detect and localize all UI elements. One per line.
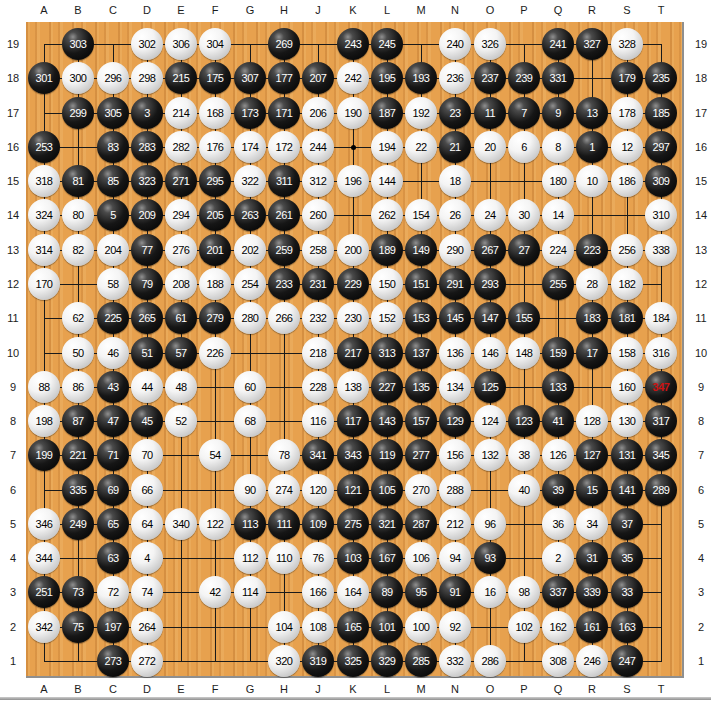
stone-H17: 171 [268,97,300,129]
column-label-O-top: O [479,3,501,17]
stone-E14: 294 [165,199,197,231]
stone-L13: 189 [371,234,403,266]
row-label-8-right: 8 [690,414,711,428]
stone-N17: 23 [439,97,471,129]
stone-N8: 129 [439,405,471,437]
row-label-15-right: 15 [690,174,711,188]
star-point-K16 [351,145,356,150]
stone-G5: 113 [234,508,266,540]
stone-N13: 290 [439,234,471,266]
row-label-7-right: 7 [690,448,711,462]
stone-T17: 185 [645,97,677,129]
stone-A8: 198 [28,405,60,437]
stone-H1: 320 [268,645,300,677]
stone-B7: 221 [62,439,94,471]
stone-B13: 82 [62,234,94,266]
stone-Q6: 39 [542,474,574,506]
stone-P11: 155 [508,302,540,334]
page: 3033023063042692432452403262413273283013… [0,0,711,705]
stone-R6: 15 [576,474,608,506]
row-label-5-right: 5 [690,517,711,531]
stone-L12: 150 [371,268,403,300]
stone-M6: 270 [405,474,437,506]
stone-Q15: 180 [542,165,574,197]
stone-M10: 137 [405,337,437,369]
stone-J10: 218 [302,337,334,369]
stone-T7: 345 [645,439,677,471]
stone-H4: 110 [268,542,300,574]
stone-D6: 66 [131,474,163,506]
stone-H14: 261 [268,199,300,231]
stone-H13: 259 [268,234,300,266]
stone-B15: 81 [62,165,94,197]
stone-G4: 112 [234,542,266,574]
column-label-B-bottom: B [67,682,89,696]
column-label-D-bottom: D [136,682,158,696]
stone-B6: 335 [62,474,94,506]
stone-M16: 22 [405,131,437,163]
stone-S13: 256 [611,234,643,266]
stone-S1: 247 [611,645,643,677]
stone-H18: 177 [268,62,300,94]
row-label-6-right: 6 [690,483,711,497]
stone-S7: 131 [611,439,643,471]
stone-R11: 183 [576,302,608,334]
stone-B19: 303 [62,28,94,60]
stone-R17: 13 [576,97,608,129]
stone-N18: 236 [439,62,471,94]
stone-T8: 317 [645,405,677,437]
stone-S19: 328 [611,28,643,60]
stone-L10: 313 [371,337,403,369]
stone-M13: 149 [405,234,437,266]
stone-Q9: 133 [542,371,574,403]
column-label-E-bottom: E [170,682,192,696]
row-label-5-left: 5 [2,517,24,531]
stone-J15: 312 [302,165,334,197]
stone-S4: 35 [611,542,643,574]
go-board[interactable]: 3033023063042692432452403262413273283013… [26,22,684,678]
stone-L18: 195 [371,62,403,94]
column-label-F-top: F [204,3,226,17]
stone-H16: 172 [268,131,300,163]
stone-C8: 47 [97,405,129,437]
stone-O9: 125 [474,371,506,403]
row-label-18-right: 18 [690,71,711,85]
stone-F15: 295 [199,165,231,197]
stone-L3: 89 [371,576,403,608]
stone-F19: 304 [199,28,231,60]
row-label-10-left: 10 [2,346,24,360]
stone-L5: 321 [371,508,403,540]
stone-D2: 264 [131,611,163,643]
stone-O14: 24 [474,199,506,231]
column-label-L-bottom: L [376,682,398,696]
stone-R13: 223 [576,234,608,266]
stone-N10: 136 [439,337,471,369]
stone-P14: 30 [508,199,540,231]
stone-M5: 287 [405,508,437,540]
stone-H5: 111 [268,508,300,540]
stone-C2: 197 [97,611,129,643]
column-label-H-bottom: H [273,682,295,696]
row-label-2-left: 2 [2,620,24,634]
stone-R15: 10 [576,165,608,197]
stone-S16: 12 [611,131,643,163]
stone-C7: 71 [97,439,129,471]
stone-S15: 186 [611,165,643,197]
stone-C12: 58 [97,268,129,300]
stone-E10: 57 [165,337,197,369]
stone-C14: 5 [97,199,129,231]
column-label-M-top: M [410,3,432,17]
column-label-R-top: R [581,3,603,17]
stone-T6: 289 [645,474,677,506]
stone-L14: 262 [371,199,403,231]
stone-D14: 209 [131,199,163,231]
stone-O8: 124 [474,405,506,437]
stone-K10: 217 [337,337,369,369]
stone-G17: 173 [234,97,266,129]
row-label-13-left: 13 [2,243,24,257]
stone-C9: 43 [97,371,129,403]
stone-F3: 42 [199,576,231,608]
stone-S17: 178 [611,97,643,129]
stone-O11: 147 [474,302,506,334]
row-label-17-left: 17 [2,106,24,120]
stone-Q17: 9 [542,97,574,129]
stone-S6: 141 [611,474,643,506]
column-label-R-bottom: R [581,682,603,696]
stone-S18: 179 [611,62,643,94]
row-label-16-right: 16 [690,140,711,154]
row-label-4-left: 4 [2,551,24,565]
stone-B9: 86 [62,371,94,403]
stone-N3: 91 [439,576,471,608]
row-label-1-right: 1 [690,654,711,668]
row-label-9-right: 9 [690,380,711,394]
stone-C3: 72 [97,576,129,608]
stone-F7: 54 [199,439,231,471]
stone-R8: 128 [576,405,608,437]
column-label-K-top: K [342,3,364,17]
stone-B14: 80 [62,199,94,231]
stone-P6: 40 [508,474,540,506]
stone-E18: 215 [165,62,197,94]
column-label-Q-top: Q [547,3,569,17]
column-label-H-top: H [273,3,295,17]
stone-N6: 288 [439,474,471,506]
stone-L9: 227 [371,371,403,403]
separator-line [0,697,711,700]
stone-G6: 90 [234,474,266,506]
stone-Q4: 2 [542,542,574,574]
stone-J7: 341 [302,439,334,471]
stone-R12: 28 [576,268,608,300]
stone-N1: 332 [439,645,471,677]
stone-L2: 101 [371,611,403,643]
stone-E15: 271 [165,165,197,197]
stone-K19: 243 [337,28,369,60]
stone-A3: 251 [28,576,60,608]
stone-R16: 1 [576,131,608,163]
stone-B5: 249 [62,508,94,540]
stone-E19: 306 [165,28,197,60]
stone-Q1: 308 [542,645,574,677]
stone-M2: 100 [405,611,437,643]
stone-B10: 50 [62,337,94,369]
stone-C16: 83 [97,131,129,163]
stone-M17: 192 [405,97,437,129]
row-label-3-left: 3 [2,585,24,599]
stone-L1: 329 [371,645,403,677]
stone-P7: 38 [508,439,540,471]
stone-Q19: 241 [542,28,574,60]
stone-K9: 138 [337,371,369,403]
column-label-K-bottom: K [342,682,364,696]
stone-L15: 144 [371,165,403,197]
stone-D12: 79 [131,268,163,300]
stone-D10: 51 [131,337,163,369]
row-label-14-right: 14 [690,208,711,222]
stone-O4: 93 [474,542,506,574]
stone-A12: 170 [28,268,60,300]
stone-K4: 103 [337,542,369,574]
stone-E13: 276 [165,234,197,266]
stone-C6: 69 [97,474,129,506]
stone-Q13: 224 [542,234,574,266]
stone-T18: 235 [645,62,677,94]
stone-O3: 16 [474,576,506,608]
stone-P13: 27 [508,234,540,266]
stone-C15: 85 [97,165,129,197]
stone-M7: 277 [405,439,437,471]
column-label-G-bottom: G [239,682,261,696]
row-label-18-left: 18 [2,71,24,85]
stone-A9: 88 [28,371,60,403]
stone-A5: 346 [28,508,60,540]
stone-G8: 68 [234,405,266,437]
stone-K13: 200 [337,234,369,266]
stone-R4: 31 [576,542,608,574]
stone-D8: 45 [131,405,163,437]
stone-D4: 4 [131,542,163,574]
column-label-N-top: N [444,3,466,17]
stone-T15: 309 [645,165,677,197]
stone-E16: 282 [165,131,197,163]
stone-F5: 122 [199,508,231,540]
stone-T13: 338 [645,234,677,266]
stone-R5: 34 [576,508,608,540]
stone-D11: 265 [131,302,163,334]
stone-B8: 87 [62,405,94,437]
column-label-N-bottom: N [444,682,466,696]
stone-L16: 194 [371,131,403,163]
stone-J14: 260 [302,199,334,231]
column-label-C-bottom: C [102,682,124,696]
stone-F10: 226 [199,337,231,369]
stone-G13: 202 [234,234,266,266]
row-label-13-right: 13 [690,243,711,257]
column-label-P-bottom: P [513,682,535,696]
stone-P10: 148 [508,337,540,369]
stone-N9: 134 [439,371,471,403]
stone-O7: 132 [474,439,506,471]
stone-L7: 119 [371,439,403,471]
stone-A4: 344 [28,542,60,574]
stone-O1: 286 [474,645,506,677]
stone-K5: 275 [337,508,369,540]
stone-O10: 146 [474,337,506,369]
stone-T16: 297 [645,131,677,163]
stone-S5: 37 [611,508,643,540]
stone-C11: 225 [97,302,129,334]
stone-K2: 165 [337,611,369,643]
column-label-T-top: T [650,3,672,17]
stone-L17: 187 [371,97,403,129]
stone-S8: 130 [611,405,643,437]
stone-G15: 322 [234,165,266,197]
stone-D18: 298 [131,62,163,94]
stone-L4: 167 [371,542,403,574]
stone-R19: 327 [576,28,608,60]
stone-C13: 204 [97,234,129,266]
stone-K17: 190 [337,97,369,129]
row-label-19-right: 19 [690,37,711,51]
stone-E12: 208 [165,268,197,300]
stone-T11: 184 [645,302,677,334]
stone-D1: 272 [131,645,163,677]
stone-J2: 108 [302,611,334,643]
stone-O19: 326 [474,28,506,60]
stone-E11: 61 [165,302,197,334]
stone-L6: 105 [371,474,403,506]
stone-J1: 319 [302,645,334,677]
stone-P17: 7 [508,97,540,129]
stone-N16: 21 [439,131,471,163]
stone-K8: 117 [337,405,369,437]
row-label-12-right: 12 [690,277,711,291]
stone-N12: 291 [439,268,471,300]
stone-P18: 239 [508,62,540,94]
stone-O16: 20 [474,131,506,163]
stone-K7: 343 [337,439,369,471]
stone-N19: 240 [439,28,471,60]
stone-A16: 253 [28,131,60,163]
column-label-L-top: L [376,3,398,17]
row-label-3-right: 3 [690,585,711,599]
stone-J3: 166 [302,576,334,608]
stone-N4: 94 [439,542,471,574]
column-label-C-top: C [102,3,124,17]
row-label-11-right: 11 [690,311,711,325]
stone-S12: 182 [611,268,643,300]
stone-M1: 285 [405,645,437,677]
stone-J5: 109 [302,508,334,540]
row-label-4-right: 4 [690,551,711,565]
stone-O17: 11 [474,97,506,129]
stone-O18: 237 [474,62,506,94]
stone-G14: 263 [234,199,266,231]
stone-C4: 63 [97,542,129,574]
stone-H15: 311 [268,165,300,197]
stone-E9: 48 [165,371,197,403]
stone-J12: 231 [302,268,334,300]
stone-D3: 74 [131,576,163,608]
stone-B18: 300 [62,62,94,94]
stone-A2: 342 [28,611,60,643]
stone-A7: 199 [28,439,60,471]
stone-P2: 102 [508,611,540,643]
stone-H6: 274 [268,474,300,506]
stone-J6: 120 [302,474,334,506]
row-label-8-left: 8 [2,414,24,428]
stone-F12: 188 [199,268,231,300]
stone-C1: 273 [97,645,129,677]
stone-B17: 299 [62,97,94,129]
stone-H11: 266 [268,302,300,334]
stone-D15: 323 [131,165,163,197]
stone-D7: 70 [131,439,163,471]
stone-C17: 305 [97,97,129,129]
column-label-J-top: J [307,3,329,17]
stone-Q5: 36 [542,508,574,540]
stone-N7: 156 [439,439,471,471]
stone-E5: 340 [165,508,197,540]
stone-Q8: 41 [542,405,574,437]
row-label-2-right: 2 [690,620,711,634]
stone-R3: 339 [576,576,608,608]
stone-F11: 279 [199,302,231,334]
stone-H19: 269 [268,28,300,60]
stone-M8: 157 [405,405,437,437]
stone-N11: 145 [439,302,471,334]
stone-G3: 114 [234,576,266,608]
stone-Q18: 331 [542,62,574,94]
column-label-M-bottom: M [410,682,432,696]
stone-B3: 73 [62,576,94,608]
stone-A18: 301 [28,62,60,94]
stone-S9: 160 [611,371,643,403]
stone-O12: 293 [474,268,506,300]
stone-N15: 18 [439,165,471,197]
stone-Q10: 159 [542,337,574,369]
stone-M11: 153 [405,302,437,334]
row-label-15-left: 15 [2,174,24,188]
stone-P8: 123 [508,405,540,437]
row-label-6-left: 6 [2,483,24,497]
stone-F14: 205 [199,199,231,231]
row-label-1-left: 1 [2,654,24,668]
stone-S11: 181 [611,302,643,334]
stone-F17: 168 [199,97,231,129]
stone-M14: 154 [405,199,437,231]
column-label-S-bottom: S [616,682,638,696]
column-label-J-bottom: J [307,682,329,696]
stone-K12: 229 [337,268,369,300]
stone-M9: 135 [405,371,437,403]
stone-R1: 246 [576,645,608,677]
stone-M4: 106 [405,542,437,574]
stone-G9: 60 [234,371,266,403]
stone-A14: 324 [28,199,60,231]
stone-P3: 98 [508,576,540,608]
stone-J4: 76 [302,542,334,574]
stone-C5: 65 [97,508,129,540]
column-label-A-top: A [33,3,55,17]
stone-B2: 75 [62,611,94,643]
stone-T9: 347 [645,371,677,403]
